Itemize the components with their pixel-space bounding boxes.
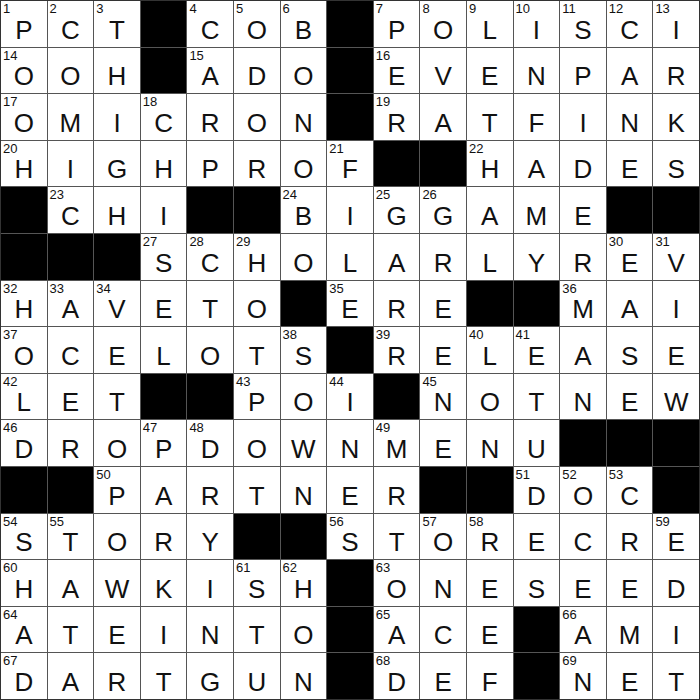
cell-letter: D [560,155,606,183]
cell-r4c6[interactable]: R [234,141,280,187]
cell-r2c14[interactable]: A [607,48,653,94]
cell-r8c15[interactable]: E [653,327,699,373]
cell-r11c6[interactable]: T [234,467,280,513]
cell-letter: C [48,202,94,230]
cell-r1c10[interactable]: 8O [420,1,466,47]
cell-r14c2[interactable]: T [48,607,94,653]
cell-r5c11[interactable]: A [467,187,513,233]
cell-r5c10[interactable]: 26G [420,187,466,233]
cell-letter: O [234,295,280,323]
cell-r4c5[interactable]: P [187,141,233,187]
cell-r2c10[interactable]: V [420,48,466,94]
cell-r13c6[interactable]: 61S [234,560,280,606]
block-r6c3 [94,234,140,280]
cell-letter: K [141,575,187,603]
cell-r6c15[interactable]: 31V [653,234,699,280]
cell-r8c9[interactable]: 39R [374,327,420,373]
cell-r10c7[interactable]: W [281,420,327,466]
cell-letter: E [560,202,606,230]
cell-r1c7[interactable]: 6B [281,1,327,47]
cell-r11c5[interactable]: R [187,467,233,513]
cell-r3c15[interactable]: K [653,94,699,140]
cell-r14c14[interactable]: M [607,607,653,653]
cell-r3c10[interactable]: A [420,94,466,140]
cell-letter: L [141,342,187,370]
cell-letter: E [420,342,466,370]
cell-r5c9[interactable]: 25G [374,187,420,233]
cell-r15c10[interactable]: E [420,653,466,699]
cell-r7c2[interactable]: 33A [48,281,94,327]
cell-letter: M [514,202,560,230]
cell-letter: Y [187,528,233,556]
cell-r9c15[interactable]: W [653,374,699,420]
cell-r2c12[interactable]: N [514,48,560,94]
cell-r8c4[interactable]: L [141,327,187,373]
cell-r12c2[interactable]: 55T [48,514,94,560]
cell-r12c9[interactable]: T [374,514,420,560]
cell-r10c12[interactable]: U [514,420,560,466]
cell-letter: I [327,388,373,416]
cell-r9c1[interactable]: 42L [1,374,47,420]
cell-r2c3[interactable]: H [94,48,140,94]
cell-r11c13[interactable]: 52O [560,467,606,513]
cell-r1c15[interactable]: 13I [653,1,699,47]
cell-r5c4[interactable]: I [141,187,187,233]
cell-r13c9[interactable]: 63O [374,560,420,606]
cell-letter: O [48,62,94,90]
cell-r2c2[interactable]: O [48,48,94,94]
cell-r1c6[interactable]: 5O [234,1,280,47]
cell-r15c5[interactable]: G [187,653,233,699]
cell-r15c3[interactable]: R [94,653,140,699]
cell-r3c9[interactable]: 19R [374,94,420,140]
cell-r1c2[interactable]: 2C [48,1,94,47]
cell-r15c9[interactable]: 68D [374,653,420,699]
block-r9c9 [374,374,420,420]
cell-letter: D [1,435,47,463]
cell-letter: T [94,16,140,44]
cell-r13c3[interactable]: W [94,560,140,606]
cell-letter: T [234,342,280,370]
cell-r9c3[interactable]: T [94,374,140,420]
cell-r15c7[interactable]: N [281,653,327,699]
block-r9c4 [141,374,187,420]
cell-r14c10[interactable]: C [420,607,466,653]
cell-r4c13[interactable]: D [560,141,606,187]
cell-r7c3[interactable]: 34V [94,281,140,327]
cell-r6c5[interactable]: 28C [187,234,233,280]
clue-number: 30 [609,234,623,249]
cell-r3c2[interactable]: M [48,94,94,140]
cell-letter: I [48,155,94,183]
cell-letter: O [234,109,280,137]
clue-number: 9 [469,1,476,16]
cell-r10c10[interactable]: E [420,420,466,466]
cell-letter: O [467,388,513,416]
cell-r15c1[interactable]: 67D [1,653,47,699]
cell-r12c4[interactable]: R [141,514,187,560]
cell-r9c10[interactable]: 45N [420,374,466,420]
cell-letter: S [653,155,699,183]
cell-letter: M [607,621,653,649]
clue-number: 31 [655,234,669,249]
clue-number: 41 [516,327,530,342]
block-r5c14 [607,187,653,233]
cell-r3c4[interactable]: 18C [141,94,187,140]
clue-number: 10 [516,1,530,16]
cell-r6c11[interactable]: L [467,234,513,280]
cell-letter: H [281,575,327,603]
cell-letter: C [607,482,653,510]
cell-letter: H [1,575,47,603]
cell-r8c2[interactable]: C [48,327,94,373]
cell-r1c11[interactable]: 9L [467,1,513,47]
cell-r3c6[interactable]: O [234,94,280,140]
cell-r9c7[interactable]: O [281,374,327,420]
cell-r7c4[interactable]: E [141,281,187,327]
cell-letter: E [420,295,466,323]
cell-r6c9[interactable]: A [374,234,420,280]
cell-r13c5[interactable]: I [187,560,233,606]
cell-r8c10[interactable]: E [420,327,466,373]
cell-r14c13[interactable]: 66A [560,607,606,653]
cell-r7c6[interactable]: O [234,281,280,327]
cell-r8c5[interactable]: O [187,327,233,373]
cell-r2c7[interactable]: O [281,48,327,94]
cell-r10c3[interactable]: O [94,420,140,466]
cell-r3c14[interactable]: N [607,94,653,140]
cell-r3c12[interactable]: F [514,94,560,140]
cell-r6c6[interactable]: 29H [234,234,280,280]
cell-letter: P [187,155,233,183]
cell-r10c9[interactable]: 49M [374,420,420,466]
cell-letter: C [187,16,233,44]
cell-r7c15[interactable]: I [653,281,699,327]
cell-r5c13[interactable]: E [560,187,606,233]
cell-r12c10[interactable]: 57O [420,514,466,560]
cell-r5c2[interactable]: 23C [48,187,94,233]
cell-letter: E [607,388,653,416]
cell-r13c2[interactable]: A [48,560,94,606]
cell-r12c15[interactable]: 59E [653,514,699,560]
cell-r4c7[interactable]: O [281,141,327,187]
cell-r15c13[interactable]: 69N [560,653,606,699]
cell-letter: E [653,528,699,556]
cell-r14c15[interactable]: I [653,607,699,653]
cell-r3c1[interactable]: 17O [1,94,47,140]
cell-r12c1[interactable]: 54S [1,514,47,560]
cell-r7c1[interactable]: 32H [1,281,47,327]
cell-r3c3[interactable]: I [94,94,140,140]
cell-r9c6[interactable]: 43P [234,374,280,420]
cell-letter: V [653,249,699,277]
cell-r4c12[interactable]: A [514,141,560,187]
cell-r11c4[interactable]: A [141,467,187,513]
cell-r10c8[interactable]: N [327,420,373,466]
cell-letter: A [467,202,513,230]
clue-number: 3 [96,1,103,16]
cell-letter: F [467,668,513,696]
cell-r11c3[interactable]: 50P [94,467,140,513]
cell-r3c13[interactable]: I [560,94,606,140]
cell-letter: W [281,435,327,463]
cell-r14c1[interactable]: 64A [1,607,47,653]
cell-r11c7[interactable]: N [281,467,327,513]
cell-r8c13[interactable]: A [560,327,606,373]
block-r15c12 [514,653,560,699]
cell-r1c3[interactable]: 3T [94,1,140,47]
cell-r5c3[interactable]: H [94,187,140,233]
cell-letter: E [374,62,420,90]
cell-r10c6[interactable]: O [234,420,280,466]
cell-r8c1[interactable]: 37O [1,327,47,373]
cell-r13c12[interactable]: S [514,560,560,606]
cell-r7c13[interactable]: 36M [560,281,606,327]
cell-r13c13[interactable]: E [560,560,606,606]
cell-r11c14[interactable]: 53C [607,467,653,513]
cell-letter: R [187,482,233,510]
cell-r1c14[interactable]: 12C [607,1,653,47]
cell-r9c13[interactable]: N [560,374,606,420]
cell-r8c3[interactable]: E [94,327,140,373]
cell-r4c3[interactable]: G [94,141,140,187]
cell-letter: I [653,295,699,323]
cell-r14c9[interactable]: 65A [374,607,420,653]
cell-r4c14[interactable]: E [607,141,653,187]
cell-letter: O [281,155,327,183]
cell-r10c4[interactable]: 47P [141,420,187,466]
cell-letter: E [514,528,560,556]
clue-number: 27 [143,234,157,249]
cell-r7c14[interactable]: A [607,281,653,327]
cell-letter: E [653,342,699,370]
cell-r3c11[interactable]: T [467,94,513,140]
cell-r12c11[interactable]: 58R [467,514,513,560]
cell-r4c8[interactable]: 21F [327,141,373,187]
cell-r9c2[interactable]: E [48,374,94,420]
cell-r9c14[interactable]: E [607,374,653,420]
cell-r14c11[interactable]: E [467,607,513,653]
cell-r10c11[interactable]: N [467,420,513,466]
cell-r15c2[interactable]: A [48,653,94,699]
cell-letter: A [1,621,47,649]
cell-letter: S [607,342,653,370]
cell-r12c12[interactable]: E [514,514,560,560]
cell-r2c13[interactable]: P [560,48,606,94]
cell-r4c4[interactable]: H [141,141,187,187]
cell-r7c5[interactable]: T [187,281,233,327]
cell-r4c2[interactable]: I [48,141,94,187]
cell-letter: R [141,528,187,556]
cell-letter: I [141,202,187,230]
cell-r1c13[interactable]: 11S [560,1,606,47]
cell-r7c10[interactable]: E [420,281,466,327]
cell-r8c12[interactable]: 41E [514,327,560,373]
cell-r5c8[interactable]: I [327,187,373,233]
cell-r11c12[interactable]: 51D [514,467,560,513]
cell-letter: W [653,388,699,416]
cell-letter: A [607,62,653,90]
cell-r5c12[interactable]: M [514,187,560,233]
cell-r6c10[interactable]: R [420,234,466,280]
cell-letter: H [467,155,513,183]
block-r14c12 [514,607,560,653]
cell-r2c6[interactable]: D [234,48,280,94]
cell-r9c11[interactable]: O [467,374,513,420]
cell-letter: A [48,668,94,696]
cell-letter: O [281,621,327,649]
cell-r1c9[interactable]: 7P [374,1,420,47]
cell-r1c5[interactable]: 4C [187,1,233,47]
cell-letter: O [281,249,327,277]
cell-r5c7[interactable]: 24B [281,187,327,233]
cell-r12c8[interactable]: 56S [327,514,373,560]
cell-r14c6[interactable]: T [234,607,280,653]
cell-letter: T [514,388,560,416]
cell-letter: R [420,249,466,277]
cell-r6c7[interactable]: O [281,234,327,280]
cell-r13c7[interactable]: 62H [281,560,327,606]
cell-r2c11[interactable]: E [467,48,513,94]
clue-number: 61 [236,560,250,575]
cell-r8c6[interactable]: T [234,327,280,373]
cell-letter: I [560,109,606,137]
clue-number: 38 [283,327,297,342]
cell-letter: E [420,668,466,696]
cell-r15c4[interactable]: T [141,653,187,699]
cell-r9c12[interactable]: T [514,374,560,420]
cell-letter: D [187,435,233,463]
cell-letter: P [374,16,420,44]
cell-letter: D [514,482,560,510]
cell-letter: P [560,62,606,90]
cell-letter: O [281,388,327,416]
cell-r14c7[interactable]: O [281,607,327,653]
cell-r13c15[interactable]: D [653,560,699,606]
cell-r6c13[interactable]: R [560,234,606,280]
block-r3c8 [327,94,373,140]
cell-r9c8[interactable]: 44I [327,374,373,420]
cell-letter: C [48,342,94,370]
cell-r3c7[interactable]: N [281,94,327,140]
cell-letter: E [467,575,513,603]
cell-r10c1[interactable]: 46D [1,420,47,466]
cell-r1c12[interactable]: 10I [514,1,560,47]
cell-r15c6[interactable]: U [234,653,280,699]
cell-r13c4[interactable]: K [141,560,187,606]
cell-letter: L [467,342,513,370]
cell-r10c5[interactable]: 48D [187,420,233,466]
cell-r3c5[interactable]: R [187,94,233,140]
cell-r14c4[interactable]: I [141,607,187,653]
clue-number: 40 [469,327,483,342]
cell-letter: R [48,435,94,463]
cell-r2c5[interactable]: 15A [187,48,233,94]
block-r8c8 [327,327,373,373]
clue-number: 12 [609,1,623,16]
block-r4c9 [374,141,420,187]
cell-r15c15[interactable]: T [653,653,699,699]
cell-letter: Y [514,249,560,277]
cell-r15c11[interactable]: F [467,653,513,699]
cell-letter: D [653,575,699,603]
clue-number: 29 [236,234,250,249]
cell-r12c5[interactable]: Y [187,514,233,560]
cell-letter: E [607,668,653,696]
cell-letter: D [374,668,420,696]
cell-r12c14[interactable]: R [607,514,653,560]
cell-r13c11[interactable]: E [467,560,513,606]
cell-r6c4[interactable]: 27S [141,234,187,280]
cell-letter: E [467,621,513,649]
block-r5c1 [1,187,47,233]
cell-r4c15[interactable]: S [653,141,699,187]
cell-letter: E [141,295,187,323]
cell-r8c11[interactable]: 40L [467,327,513,373]
cell-r2c1[interactable]: 14O [1,48,47,94]
cell-letter: L [1,388,47,416]
cell-letter: S [141,249,187,277]
cell-r7c8[interactable]: 35E [327,281,373,327]
cell-letter: O [560,482,606,510]
cell-letter: W [94,575,140,603]
cell-r11c9[interactable]: R [374,467,420,513]
cell-r11c8[interactable]: E [327,467,373,513]
clue-number: 62 [283,560,297,575]
block-r4c10 [420,141,466,187]
cell-r4c11[interactable]: 22H [467,141,513,187]
cell-r8c14[interactable]: S [607,327,653,373]
cell-r15c14[interactable]: E [607,653,653,699]
cell-r6c12[interactable]: Y [514,234,560,280]
cell-r1c1[interactable]: 1P [1,1,47,47]
cell-r13c1[interactable]: 60H [1,560,47,606]
block-r11c10 [420,467,466,513]
cell-letter: A [607,295,653,323]
cell-r4c1[interactable]: 20H [1,141,47,187]
block-r5c6 [234,187,280,233]
cell-r2c15[interactable]: R [653,48,699,94]
cell-r13c10[interactable]: N [420,560,466,606]
clue-number: 60 [3,560,17,575]
cell-letter: O [94,435,140,463]
block-r13c8 [327,560,373,606]
cell-r6c8[interactable]: L [327,234,373,280]
cell-letter: I [94,109,140,137]
cell-letter: R [94,668,140,696]
cell-r2c9[interactable]: 16E [374,48,420,94]
cell-r14c5[interactable]: N [187,607,233,653]
cell-letter: N [514,62,560,90]
cell-r7c9[interactable]: R [374,281,420,327]
clue-number: 11 [562,1,576,16]
cell-r14c3[interactable]: E [94,607,140,653]
cell-letter: M [48,109,94,137]
cell-letter: N [281,109,327,137]
block-r7c7 [281,281,327,327]
block-r2c4 [141,48,187,94]
cell-r10c2[interactable]: R [48,420,94,466]
cell-letter: E [607,249,653,277]
cell-letter: U [514,435,560,463]
cell-r8c7[interactable]: 38S [281,327,327,373]
cell-r6c14[interactable]: 30E [607,234,653,280]
cell-r12c13[interactable]: C [560,514,606,560]
cell-letter: K [653,109,699,137]
cell-r12c3[interactable]: O [94,514,140,560]
cell-r13c14[interactable]: E [607,560,653,606]
cell-letter: E [514,342,560,370]
